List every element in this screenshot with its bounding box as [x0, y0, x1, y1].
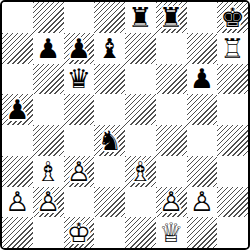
square-h8[interactable]: ♚♚	[217, 2, 248, 33]
square-b8[interactable]	[33, 2, 64, 33]
square-c5[interactable]	[64, 94, 95, 125]
chess-board: ♜♜♜♜♚♚♟♟♟♟♝♝♜♖♛♛♟♟♟♟♞♞♝♗♟♙♝♗♟♙♟♙♟♙♟♙♚♔♛♕	[0, 0, 250, 250]
square-c4[interactable]	[64, 125, 95, 156]
piece-black-pawn-g6[interactable]: ♟♟	[187, 64, 218, 95]
white-king-icon: ♔	[64, 217, 95, 248]
square-e2[interactable]	[125, 187, 156, 218]
square-a6[interactable]	[2, 64, 33, 95]
white-rook-icon: ♖	[217, 33, 248, 64]
piece-black-pawn-c7[interactable]: ♟♟	[64, 33, 95, 64]
square-g1[interactable]	[187, 217, 218, 248]
square-g2[interactable]: ♟♙	[187, 187, 218, 218]
square-a8[interactable]	[2, 2, 33, 33]
square-a5[interactable]: ♟♟	[2, 94, 33, 125]
piece-white-pawn-a2[interactable]: ♟♙	[2, 187, 33, 218]
square-e4[interactable]	[125, 125, 156, 156]
square-a7[interactable]	[2, 33, 33, 64]
square-h7[interactable]: ♜♖	[217, 33, 248, 64]
square-c3[interactable]: ♟♙	[64, 156, 95, 187]
square-b7[interactable]: ♟♟	[33, 33, 64, 64]
square-d8[interactable]	[94, 2, 125, 33]
square-d6[interactable]	[94, 64, 125, 95]
piece-black-rook-f8[interactable]: ♜♜	[156, 2, 187, 33]
piece-black-bishop-d7[interactable]: ♝♝	[94, 33, 125, 64]
square-f3[interactable]	[156, 156, 187, 187]
square-a3[interactable]	[2, 156, 33, 187]
square-e7[interactable]	[125, 33, 156, 64]
piece-black-king-h8[interactable]: ♚♚	[217, 2, 248, 33]
piece-white-pawn-f2[interactable]: ♟♙	[156, 187, 187, 218]
square-c2[interactable]	[64, 187, 95, 218]
square-c1[interactable]: ♚♔	[64, 217, 95, 248]
black-pawn-icon: ♟	[187, 64, 218, 95]
piece-black-pawn-a5[interactable]: ♟♟	[2, 94, 33, 125]
square-f7[interactable]	[156, 33, 187, 64]
piece-white-bishop-b3[interactable]: ♝♗	[33, 156, 64, 187]
white-pawn-icon: ♙	[33, 187, 64, 218]
black-pawn-icon: ♟	[64, 33, 95, 64]
square-b2[interactable]: ♟♙	[33, 187, 64, 218]
square-f5[interactable]	[156, 94, 187, 125]
piece-black-pawn-b7[interactable]: ♟♟	[33, 33, 64, 64]
white-queen-icon: ♕	[156, 217, 187, 248]
piece-white-pawn-c3[interactable]: ♟♙	[64, 156, 95, 187]
square-c8[interactable]	[64, 2, 95, 33]
piece-black-rook-e8[interactable]: ♜♜	[125, 2, 156, 33]
square-b3[interactable]: ♝♗	[33, 156, 64, 187]
square-b6[interactable]	[33, 64, 64, 95]
square-f8[interactable]: ♜♜	[156, 2, 187, 33]
black-pawn-icon: ♟	[2, 94, 33, 125]
black-knight-icon: ♞	[94, 125, 125, 156]
square-g4[interactable]	[187, 125, 218, 156]
white-pawn-icon: ♙	[187, 187, 218, 218]
square-e5[interactable]	[125, 94, 156, 125]
square-d2[interactable]	[94, 187, 125, 218]
square-g3[interactable]	[187, 156, 218, 187]
piece-white-bishop-e3[interactable]: ♝♗	[125, 156, 156, 187]
square-a4[interactable]	[2, 125, 33, 156]
piece-white-pawn-g2[interactable]: ♟♙	[187, 187, 218, 218]
square-e6[interactable]	[125, 64, 156, 95]
piece-white-queen-f1[interactable]: ♛♕	[156, 217, 187, 248]
piece-white-pawn-b2[interactable]: ♟♙	[33, 187, 64, 218]
square-e3[interactable]: ♝♗	[125, 156, 156, 187]
square-g6[interactable]: ♟♟	[187, 64, 218, 95]
square-b1[interactable]	[33, 217, 64, 248]
piece-black-knight-d4[interactable]: ♞♞	[94, 125, 125, 156]
square-h2[interactable]	[217, 187, 248, 218]
black-rook-icon: ♜	[125, 2, 156, 33]
square-g7[interactable]	[187, 33, 218, 64]
square-h5[interactable]	[217, 94, 248, 125]
piece-white-rook-h7[interactable]: ♜♖	[217, 33, 248, 64]
black-queen-icon: ♛	[64, 64, 95, 95]
square-d1[interactable]	[94, 217, 125, 248]
square-d7[interactable]: ♝♝	[94, 33, 125, 64]
piece-black-queen-c6[interactable]: ♛♛	[64, 64, 95, 95]
square-h4[interactable]	[217, 125, 248, 156]
white-pawn-icon: ♙	[2, 187, 33, 218]
square-b5[interactable]	[33, 94, 64, 125]
square-f2[interactable]: ♟♙	[156, 187, 187, 218]
square-b4[interactable]	[33, 125, 64, 156]
square-a2[interactable]: ♟♙	[2, 187, 33, 218]
square-g8[interactable]	[187, 2, 218, 33]
square-h3[interactable]	[217, 156, 248, 187]
white-pawn-icon: ♙	[64, 156, 95, 187]
square-d4[interactable]: ♞♞	[94, 125, 125, 156]
square-c7[interactable]: ♟♟	[64, 33, 95, 64]
square-d5[interactable]	[94, 94, 125, 125]
square-h6[interactable]	[217, 64, 248, 95]
white-bishop-icon: ♗	[125, 156, 156, 187]
square-g5[interactable]	[187, 94, 218, 125]
square-h1[interactable]	[217, 217, 248, 248]
square-f4[interactable]	[156, 125, 187, 156]
white-bishop-icon: ♗	[33, 156, 64, 187]
square-f6[interactable]	[156, 64, 187, 95]
square-a1[interactable]	[2, 217, 33, 248]
square-d3[interactable]	[94, 156, 125, 187]
square-e8[interactable]: ♜♜	[125, 2, 156, 33]
square-f1[interactable]: ♛♕	[156, 217, 187, 248]
square-c6[interactable]: ♛♛	[64, 64, 95, 95]
piece-white-king-c1[interactable]: ♚♔	[64, 217, 95, 248]
black-king-icon: ♚	[217, 2, 248, 33]
white-pawn-icon: ♙	[156, 187, 187, 218]
black-bishop-icon: ♝	[94, 33, 125, 64]
black-rook-icon: ♜	[156, 2, 187, 33]
black-pawn-icon: ♟	[33, 33, 64, 64]
square-e1[interactable]	[125, 217, 156, 248]
